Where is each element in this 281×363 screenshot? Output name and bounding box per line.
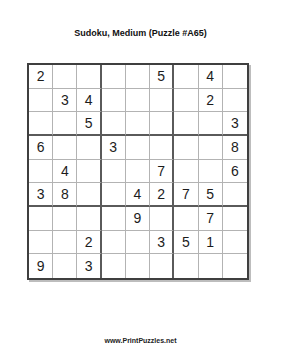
cell-r5c5[interactable] <box>126 160 150 184</box>
cell-r8c4[interactable] <box>102 231 126 255</box>
cell-r5c2[interactable]: 4 <box>53 160 77 184</box>
cell-r7c9[interactable] <box>223 207 247 231</box>
cell-r1c8[interactable]: 4 <box>199 65 223 89</box>
cell-r9c1[interactable]: 9 <box>29 254 53 278</box>
cell-r9c4[interactable] <box>102 254 126 278</box>
cell-r1c3[interactable] <box>77 65 101 89</box>
cell-r9c9[interactable] <box>223 254 247 278</box>
cell-r2c7[interactable] <box>174 89 198 113</box>
cell-r1c9[interactable] <box>223 65 247 89</box>
cell-r5c8[interactable] <box>199 160 223 184</box>
puzzle-title: Sudoku, Medium (Puzzle #A65) <box>0 28 281 38</box>
cell-r3c3[interactable]: 5 <box>77 112 101 136</box>
cell-r6c5[interactable]: 4 <box>126 183 150 207</box>
cell-r6c9[interactable] <box>223 183 247 207</box>
cell-r1c1[interactable]: 2 <box>29 65 53 89</box>
cell-r1c2[interactable] <box>53 65 77 89</box>
cell-r9c8[interactable] <box>199 254 223 278</box>
cell-r9c7[interactable] <box>174 254 198 278</box>
cell-r1c7[interactable] <box>174 65 198 89</box>
cell-r8c9[interactable] <box>223 231 247 255</box>
cell-r3c6[interactable] <box>150 112 174 136</box>
cell-r9c2[interactable] <box>53 254 77 278</box>
cell-r3c2[interactable] <box>53 112 77 136</box>
cell-r9c3[interactable]: 3 <box>77 254 101 278</box>
cell-r4c5[interactable] <box>126 136 150 160</box>
cell-r6c6[interactable]: 2 <box>150 183 174 207</box>
cell-r6c8[interactable]: 5 <box>199 183 223 207</box>
cell-r7c7[interactable] <box>174 207 198 231</box>
cell-r3c8[interactable] <box>199 112 223 136</box>
cell-r8c8[interactable]: 1 <box>199 231 223 255</box>
cell-r4c2[interactable] <box>53 136 77 160</box>
cell-r2c2[interactable]: 3 <box>53 89 77 113</box>
cell-r6c2[interactable]: 8 <box>53 183 77 207</box>
cell-r7c4[interactable] <box>102 207 126 231</box>
cell-r8c5[interactable] <box>126 231 150 255</box>
cell-r2c1[interactable] <box>29 89 53 113</box>
cell-r4c1[interactable]: 6 <box>29 136 53 160</box>
cell-r8c7[interactable]: 5 <box>174 231 198 255</box>
cell-r5c7[interactable] <box>174 160 198 184</box>
cell-r5c9[interactable]: 6 <box>223 160 247 184</box>
cell-r3c7[interactable] <box>174 112 198 136</box>
cell-r5c3[interactable] <box>77 160 101 184</box>
cell-r4c6[interactable] <box>150 136 174 160</box>
cell-r2c9[interactable] <box>223 89 247 113</box>
cell-r4c8[interactable] <box>199 136 223 160</box>
cell-r2c4[interactable] <box>102 89 126 113</box>
cell-r9c5[interactable] <box>126 254 150 278</box>
cell-r6c7[interactable]: 7 <box>174 183 198 207</box>
cell-r3c1[interactable] <box>29 112 53 136</box>
cell-r2c6[interactable] <box>150 89 174 113</box>
cell-r2c8[interactable]: 2 <box>199 89 223 113</box>
cell-r1c5[interactable] <box>126 65 150 89</box>
cell-r3c4[interactable] <box>102 112 126 136</box>
cell-r4c7[interactable] <box>174 136 198 160</box>
cell-r7c8[interactable]: 7 <box>199 207 223 231</box>
cell-r8c2[interactable] <box>53 231 77 255</box>
footer-url: www.PrintPuzzles.net <box>0 337 281 344</box>
sudoku-board: 2543425363847638427597235193 <box>27 63 249 280</box>
cell-r8c1[interactable] <box>29 231 53 255</box>
cell-r4c3[interactable] <box>77 136 101 160</box>
cell-r8c3[interactable]: 2 <box>77 231 101 255</box>
cell-r4c4[interactable]: 3 <box>102 136 126 160</box>
cell-r2c5[interactable] <box>126 89 150 113</box>
cell-r4c9[interactable]: 8 <box>223 136 247 160</box>
cell-r5c1[interactable] <box>29 160 53 184</box>
cell-r5c6[interactable]: 7 <box>150 160 174 184</box>
cell-r7c2[interactable] <box>53 207 77 231</box>
cell-r3c5[interactable] <box>126 112 150 136</box>
cell-r1c4[interactable] <box>102 65 126 89</box>
cell-r7c6[interactable] <box>150 207 174 231</box>
cell-r7c5[interactable]: 9 <box>126 207 150 231</box>
cell-r7c3[interactable] <box>77 207 101 231</box>
cell-r6c4[interactable] <box>102 183 126 207</box>
cell-r1c6[interactable]: 5 <box>150 65 174 89</box>
cell-r8c6[interactable]: 3 <box>150 231 174 255</box>
cell-r7c1[interactable] <box>29 207 53 231</box>
cell-r5c4[interactable] <box>102 160 126 184</box>
cell-r6c3[interactable] <box>77 183 101 207</box>
cell-r9c6[interactable] <box>150 254 174 278</box>
cell-r3c9[interactable]: 3 <box>223 112 247 136</box>
cell-r2c3[interactable]: 4 <box>77 89 101 113</box>
sudoku-page: Sudoku, Medium (Puzzle #A65) 25434253638… <box>0 0 281 363</box>
cell-r6c1[interactable]: 3 <box>29 183 53 207</box>
